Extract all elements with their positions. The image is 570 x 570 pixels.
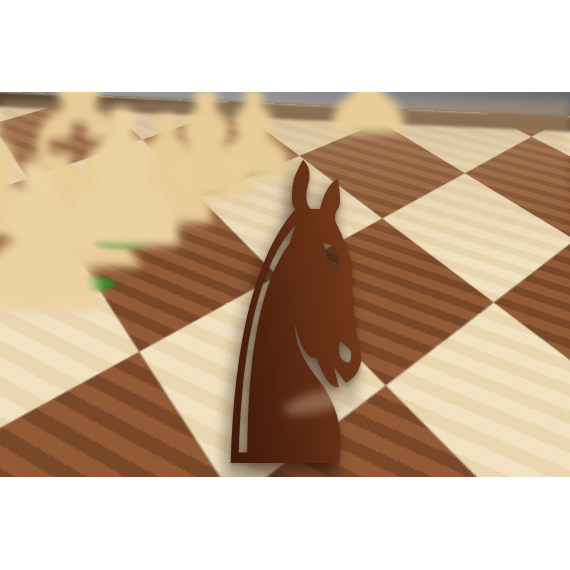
letterbox-top [0, 0, 570, 92]
photo-area: ♟ ♟ ♟ ♟ ♝ ♟ ♟ ♟ ♞ [0, 92, 570, 477]
letterbox-bottom [0, 477, 570, 570]
black-knight[interactable]: ♞ [194, 112, 399, 477]
white-pawn[interactable]: ♟ [0, 134, 130, 344]
chess-set-photo: ♟ ♟ ♟ ♟ ♝ ♟ ♟ ♟ ♞ [0, 0, 570, 570]
